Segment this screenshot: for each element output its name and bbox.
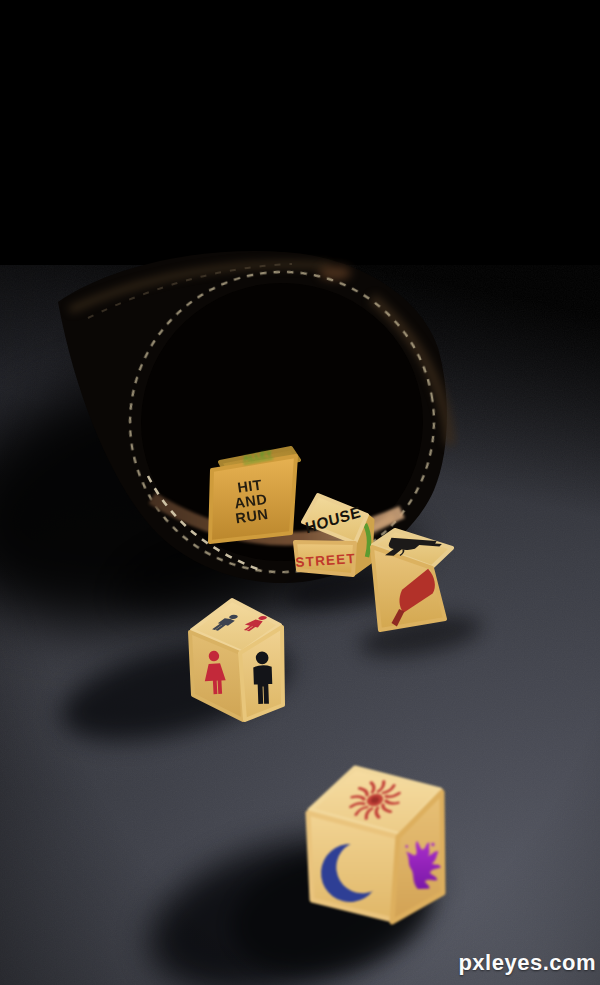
die-time bbox=[293, 753, 453, 935]
die-people bbox=[176, 590, 304, 728]
photo-scene: ALLEY HIT AND RUN HOUSE STREET bbox=[0, 0, 600, 985]
watermark: pxleyes.com bbox=[458, 950, 596, 976]
cup-rim-smudge bbox=[319, 266, 351, 280]
die-weapons bbox=[353, 518, 465, 636]
